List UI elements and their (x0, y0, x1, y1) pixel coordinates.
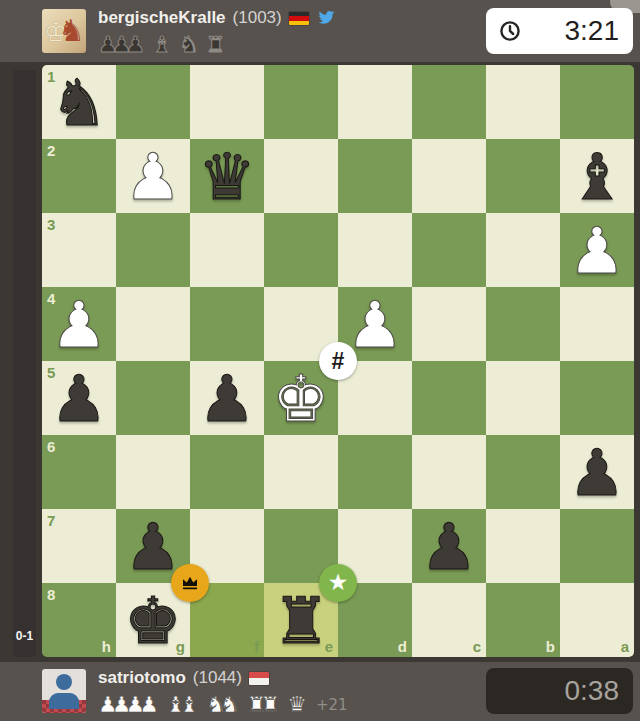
top-player-avatar[interactable]: ♔ ♞ (42, 9, 86, 53)
black-pawn-f5[interactable]: ♟ (190, 361, 264, 435)
square-b3[interactable] (486, 213, 560, 287)
black-knight-h1[interactable]: ♞ (42, 65, 116, 139)
checkmate-badge-icon: # (319, 342, 357, 380)
square-a7[interactable] (560, 509, 634, 583)
rank-label-7: 7 (47, 512, 55, 529)
rank-label-6: 6 (47, 438, 55, 455)
bottom-player-clock: 0:38 (486, 668, 633, 714)
clock-icon (499, 20, 521, 42)
captured-white-rooks: ♜♜ (247, 692, 279, 718)
black-pawn-a6[interactable]: ♟ (560, 435, 634, 509)
file-label-a: a (621, 638, 629, 655)
square-b7[interactable] (486, 509, 560, 583)
square-f2[interactable]: ♛ (190, 139, 264, 213)
rank-label-8: 8 (47, 586, 55, 603)
file-label-d: d (398, 638, 407, 655)
square-b1[interactable] (486, 65, 560, 139)
indonesia-flag-icon (249, 672, 269, 685)
square-e1[interactable] (264, 65, 338, 139)
square-a3[interactable]: ♟ (560, 213, 634, 287)
square-c6[interactable] (412, 435, 486, 509)
captured-black-knights: ♞ (179, 32, 198, 58)
square-b5[interactable] (486, 361, 560, 435)
captured-white-pawns: ♟♟♟♟ (98, 692, 158, 718)
square-g2[interactable]: ♟ (116, 139, 190, 213)
square-a8[interactable]: a (560, 583, 634, 657)
material-advantage: +21 (316, 696, 348, 714)
black-bishop-a2[interactable]: ♝ (560, 139, 634, 213)
square-a1[interactable] (560, 65, 634, 139)
square-c3[interactable] (412, 213, 486, 287)
square-e6[interactable] (264, 435, 338, 509)
evaluation-bar: 0-1 (13, 70, 36, 657)
square-h7[interactable]: 7 (42, 509, 116, 583)
bottom-captured-pieces: ♟♟♟♟♝♝♞♞♜♜♛+21 (98, 692, 348, 718)
germany-flag-icon (289, 12, 309, 25)
square-c4[interactable] (412, 287, 486, 361)
black-pawn-c7[interactable]: ♟ (412, 509, 486, 583)
square-g8[interactable]: g♚ (116, 583, 190, 657)
bottom-player-rating: (1044) (193, 668, 242, 688)
black-queen-f2[interactable]: ♛ (190, 139, 264, 213)
square-f6[interactable] (190, 435, 264, 509)
file-label-h: h (102, 638, 111, 655)
file-label-b: b (546, 638, 555, 655)
avatar-silhouette (49, 693, 79, 709)
square-e3[interactable] (264, 213, 338, 287)
captured-white-queens: ♛ (287, 692, 306, 718)
square-a5[interactable] (560, 361, 634, 435)
square-g1[interactable] (116, 65, 190, 139)
square-h6[interactable]: 6 (42, 435, 116, 509)
rank-label-2: 2 (47, 142, 55, 159)
square-b6[interactable] (486, 435, 560, 509)
bottom-player-avatar[interactable] (42, 669, 86, 713)
captured-white-bishops: ♝♝ (166, 692, 198, 718)
square-g3[interactable] (116, 213, 190, 287)
square-g4[interactable] (116, 287, 190, 361)
top-captured-pieces: ♟♟♟♝♞♜ (98, 32, 336, 58)
file-label-c: c (473, 638, 481, 655)
square-c7[interactable]: ♟ (412, 509, 486, 583)
chess-board[interactable]: 1♞2♟♛♝3♟4♟♟5♟♟♚#6♟7♟♟8hg♚fe♜★dcba (42, 65, 634, 657)
square-f3[interactable] (190, 213, 264, 287)
square-f1[interactable] (190, 65, 264, 139)
avatar-photo-piece-icon: ♞ (58, 13, 85, 48)
black-pawn-h5[interactable]: ♟ (42, 361, 116, 435)
square-d3[interactable] (338, 213, 412, 287)
bottom-player-name[interactable]: satriotomo (98, 668, 186, 688)
square-e8[interactable]: e♜★ (264, 583, 338, 657)
square-f5[interactable]: ♟ (190, 361, 264, 435)
square-e2[interactable] (264, 139, 338, 213)
captured-black-bishops: ♝ (152, 32, 171, 58)
square-a6[interactable]: ♟ (560, 435, 634, 509)
square-e5[interactable]: ♚# (264, 361, 338, 435)
top-player-rating: (1003) (233, 8, 282, 28)
square-c5[interactable] (412, 361, 486, 435)
file-label-f: f (254, 638, 259, 655)
avatar-silhouette-head (56, 674, 72, 690)
square-f4[interactable] (190, 287, 264, 361)
bottom-clock-time: 0:38 (486, 675, 633, 707)
square-h3[interactable]: 3 (42, 213, 116, 287)
rank-label-3: 3 (47, 216, 55, 233)
bottom-player-bar: satriotomo (1044) ♟♟♟♟♝♝♞♞♜♜♛+21 0:38 (0, 662, 640, 721)
top-player-clock: 3:21 (486, 8, 633, 54)
square-d1[interactable] (338, 65, 412, 139)
captured-black-pawns: ♟♟♟ (98, 32, 144, 58)
square-a4[interactable] (560, 287, 634, 361)
white-pawn-g2[interactable]: ♟ (116, 139, 190, 213)
game-screen: ♔ ♞ bergischeKralle (1003) ♟♟♟♝♞♜ 3:21 0… (0, 0, 640, 721)
square-c1[interactable] (412, 65, 486, 139)
square-a2[interactable]: ♝ (560, 139, 634, 213)
square-h8[interactable]: 8h (42, 583, 116, 657)
top-player-name[interactable]: bergischeKralle (98, 8, 226, 28)
white-pawn-a3[interactable]: ♟ (560, 213, 634, 287)
square-b4[interactable] (486, 287, 560, 361)
square-h5[interactable]: 5♟ (42, 361, 116, 435)
captured-white-knights: ♞♞ (206, 692, 238, 718)
winner-crown-badge-icon (171, 564, 209, 602)
square-d6[interactable] (338, 435, 412, 509)
square-b2[interactable] (486, 139, 560, 213)
white-pawn-h4[interactable]: ♟ (42, 287, 116, 361)
square-d2[interactable] (338, 139, 412, 213)
square-g6[interactable] (116, 435, 190, 509)
game-result-label: 0-1 (16, 629, 33, 643)
square-h4[interactable]: 4♟ (42, 287, 116, 361)
square-h1[interactable]: 1♞ (42, 65, 116, 139)
square-g5[interactable] (116, 361, 190, 435)
top-player-bar: ♔ ♞ bergischeKralle (1003) ♟♟♟♝♞♜ 3:21 (0, 0, 640, 62)
captured-black-rooks: ♜ (206, 32, 225, 58)
square-h2[interactable]: 2 (42, 139, 116, 213)
square-c8[interactable]: c (412, 583, 486, 657)
square-c2[interactable] (412, 139, 486, 213)
top-clock-time: 3:21 (521, 15, 633, 47)
square-b8[interactable]: b (486, 583, 560, 657)
twitter-bird-icon (316, 8, 336, 28)
star-badge-icon: ★ (319, 564, 357, 602)
